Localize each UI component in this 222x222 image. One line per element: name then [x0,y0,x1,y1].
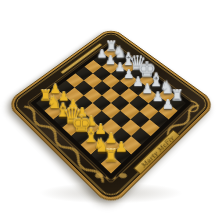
silver-pawn-piece[interactable]: ♟ [149,98,187,111]
gold-rook-piece[interactable]: ♜ [90,148,131,164]
scene: ♜♞♝♛♚♝♞♜♟♟♟♟♟♟♟♟♟♟♟♟♟♟♟♟♜♞♝♛♚♝♞♜ Marty M… [0,0,222,222]
chess-board: ♜♞♝♛♚♝♞♜♟♟♟♟♟♟♟♟♟♟♟♟♟♟♟♟♜♞♝♛♚♝♞♜ Marty M… [5,27,217,208]
chess-set-photo: ♜♞♝♛♚♝♞♜♟♟♟♟♟♟♟♟♟♟♟♟♟♟♟♟♜♞♝♛♚♝♞♜ Marty M… [0,0,222,222]
